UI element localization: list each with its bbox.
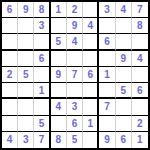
cell-r8c2[interactable] bbox=[18, 116, 34, 132]
cell-r9c3: 7 bbox=[34, 132, 50, 148]
cell-r3c7: 6 bbox=[99, 34, 115, 50]
cell-r9c4: 8 bbox=[51, 132, 67, 148]
cell-r9c5: 5 bbox=[67, 132, 83, 148]
cell-r4c5[interactable] bbox=[67, 51, 83, 67]
cell-r2c2[interactable] bbox=[18, 18, 34, 34]
cell-r7c9[interactable] bbox=[132, 99, 148, 115]
cell-r3c9[interactable] bbox=[132, 34, 148, 50]
cell-r1c3: 8 bbox=[34, 2, 50, 18]
cell-r2c9: 8 bbox=[132, 18, 148, 34]
cell-r9c1: 4 bbox=[2, 132, 18, 148]
cell-r8c9: 2 bbox=[132, 116, 148, 132]
cell-r3c6[interactable] bbox=[83, 34, 99, 50]
cell-r5c6: 6 bbox=[83, 67, 99, 83]
cell-r6c9: 6 bbox=[132, 83, 148, 99]
cell-r5c7: 1 bbox=[99, 67, 115, 83]
cell-r3c2[interactable] bbox=[18, 34, 34, 50]
cell-r7c8[interactable] bbox=[116, 99, 132, 115]
cell-r4c9: 4 bbox=[132, 51, 148, 67]
cell-r7c6[interactable] bbox=[83, 99, 99, 115]
cell-r4c1[interactable] bbox=[2, 51, 18, 67]
cell-r6c3: 1 bbox=[34, 83, 50, 99]
cell-r1c7: 3 bbox=[99, 2, 115, 18]
cell-r4c2[interactable] bbox=[18, 51, 34, 67]
cell-r6c4[interactable] bbox=[51, 83, 67, 99]
cell-r6c7[interactable] bbox=[99, 83, 115, 99]
cell-r4c7[interactable] bbox=[99, 51, 115, 67]
cell-r2c5: 9 bbox=[67, 18, 83, 34]
cell-r1c6[interactable] bbox=[83, 2, 99, 18]
cell-r5c5: 7 bbox=[67, 67, 83, 83]
cell-r9c6[interactable] bbox=[83, 132, 99, 148]
cell-r4c8: 9 bbox=[116, 51, 132, 67]
cell-r5c1: 2 bbox=[2, 67, 18, 83]
cell-r9c9: 1 bbox=[132, 132, 148, 148]
cell-r9c2: 3 bbox=[18, 132, 34, 148]
cell-r8c8[interactable] bbox=[116, 116, 132, 132]
sudoku-board: 6981234739485466942597611564375612437859… bbox=[0, 0, 150, 150]
cell-r7c1[interactable] bbox=[2, 99, 18, 115]
cell-r2c6: 4 bbox=[83, 18, 99, 34]
cell-r4c6[interactable] bbox=[83, 51, 99, 67]
cell-r6c1[interactable] bbox=[2, 83, 18, 99]
cell-r6c5[interactable] bbox=[67, 83, 83, 99]
cell-r3c4: 5 bbox=[51, 34, 67, 50]
cell-r7c3[interactable] bbox=[34, 99, 50, 115]
cell-r9c7: 9 bbox=[99, 132, 115, 148]
cell-r7c7: 7 bbox=[99, 99, 115, 115]
cell-r2c1[interactable] bbox=[2, 18, 18, 34]
cell-r8c5: 6 bbox=[67, 116, 83, 132]
cell-r8c6: 1 bbox=[83, 116, 99, 132]
cell-r6c2[interactable] bbox=[18, 83, 34, 99]
cell-r8c1[interactable] bbox=[2, 116, 18, 132]
cell-r7c2[interactable] bbox=[18, 99, 34, 115]
cell-r7c5: 3 bbox=[67, 99, 83, 115]
cell-r4c4[interactable] bbox=[51, 51, 67, 67]
cell-r3c3[interactable] bbox=[34, 34, 50, 50]
cell-r5c9[interactable] bbox=[132, 67, 148, 83]
cell-r7c4: 4 bbox=[51, 99, 67, 115]
cell-r8c7[interactable] bbox=[99, 116, 115, 132]
cell-r2c7[interactable] bbox=[99, 18, 115, 34]
cell-r1c4: 1 bbox=[51, 2, 67, 18]
cell-r1c1: 6 bbox=[2, 2, 18, 18]
cell-r1c9: 7 bbox=[132, 2, 148, 18]
cell-r4c3: 6 bbox=[34, 51, 50, 67]
cell-r2c3: 3 bbox=[34, 18, 50, 34]
cell-r3c1[interactable] bbox=[2, 34, 18, 50]
cell-r8c4[interactable] bbox=[51, 116, 67, 132]
cell-r1c5: 2 bbox=[67, 2, 83, 18]
cell-r5c2: 5 bbox=[18, 67, 34, 83]
cell-r2c8[interactable] bbox=[116, 18, 132, 34]
cell-r2c4[interactable] bbox=[51, 18, 67, 34]
cell-r3c5: 4 bbox=[67, 34, 83, 50]
cell-r1c2: 9 bbox=[18, 2, 34, 18]
cell-r5c8[interactable] bbox=[116, 67, 132, 83]
cell-r5c4: 9 bbox=[51, 67, 67, 83]
cell-r9c8: 6 bbox=[116, 132, 132, 148]
cell-r6c6[interactable] bbox=[83, 83, 99, 99]
cell-r6c8: 5 bbox=[116, 83, 132, 99]
cell-r3c8[interactable] bbox=[116, 34, 132, 50]
cell-r8c3: 5 bbox=[34, 116, 50, 132]
cell-r5c3[interactable] bbox=[34, 67, 50, 83]
cell-r1c8: 4 bbox=[116, 2, 132, 18]
